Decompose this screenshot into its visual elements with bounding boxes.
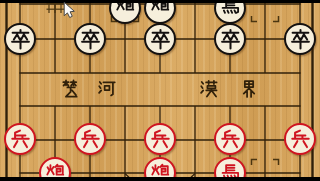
soldier-glyph-icon: [220, 129, 241, 150]
soldier-glyph-icon: [80, 29, 101, 50]
cannon-glyph-icon: [115, 0, 136, 19]
soldier-glyph-icon: [290, 29, 311, 50]
piece-black-soldier[interactable]: [214, 23, 246, 55]
horse-glyph-icon: [220, 0, 241, 19]
soldier-glyph-icon: [220, 29, 241, 50]
river-label-han-jie: [201, 81, 254, 97]
piece-red-soldier[interactable]: [284, 123, 316, 155]
soldier-glyph-icon: [150, 29, 171, 50]
soldier-glyph-icon: [80, 129, 101, 150]
river-char-glyph: [244, 81, 255, 97]
river-char-glyph: [63, 80, 76, 96]
letterbox-top-bar: [0, 0, 320, 3]
soldier-glyph-icon: [290, 129, 311, 150]
soldier-glyph-icon: [150, 129, 171, 150]
xiangqi-board[interactable]: [0, 0, 320, 180]
piece-black-soldier[interactable]: [144, 23, 176, 55]
soldier-glyph-icon: [10, 129, 31, 150]
piece-red-soldier[interactable]: [214, 123, 246, 155]
piece-black-soldier[interactable]: [284, 23, 316, 55]
river-char-glyph: [99, 82, 115, 96]
piece-black-soldier[interactable]: [4, 23, 36, 55]
river-label-chu-he: [63, 80, 114, 96]
river-char-glyph: [201, 81, 217, 97]
cannon-glyph-icon: [150, 0, 171, 19]
piece-red-soldier[interactable]: [74, 123, 106, 155]
soldier-glyph-icon: [10, 29, 31, 50]
piece-red-soldier[interactable]: [144, 123, 176, 155]
letterbox-bottom-bar: [0, 177, 320, 181]
piece-black-soldier[interactable]: [74, 23, 106, 55]
piece-red-soldier[interactable]: [4, 123, 36, 155]
